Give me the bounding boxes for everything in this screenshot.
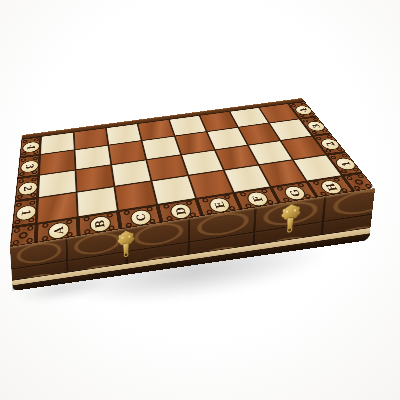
- rank-label-1-text: 1: [20, 209, 33, 217]
- rank-medallion-left-1: 1: [12, 198, 37, 226]
- file-label-c: C: [129, 208, 153, 226]
- rank-label-2-text: 2: [324, 141, 337, 147]
- file-label-h-text: H: [324, 183, 340, 192]
- rank-label-3: 3: [20, 160, 39, 174]
- brass-latch-left-icon: [116, 228, 136, 260]
- rank-label-2: 2: [18, 180, 39, 196]
- file-label-d-text: D: [174, 207, 188, 216]
- file-label-b-text: B: [94, 219, 107, 229]
- rank-label-3: 3: [305, 120, 328, 132]
- rank-label-4: 4: [293, 105, 315, 116]
- file-label-a-text: A: [52, 226, 65, 235]
- chess-box-photo: 43214321ABCDEFGH: [0, 0, 400, 400]
- file-label-h: H: [318, 179, 346, 195]
- file-label-c-text: C: [134, 213, 147, 222]
- file-label-f: F: [245, 190, 271, 207]
- rank-label-2: 2: [318, 138, 343, 151]
- rank-label-4: 4: [22, 141, 40, 154]
- rank-label-4-text: 4: [26, 144, 36, 150]
- file-label-b: B: [89, 215, 112, 234]
- file-label-f-text: F: [251, 195, 265, 203]
- file-label-e: E: [207, 196, 232, 214]
- rank-label-2-text: 2: [22, 185, 34, 192]
- file-label-a: A: [47, 221, 69, 240]
- rank-medallion-left-3: 3: [17, 155, 39, 177]
- rank-label-3-text: 3: [24, 163, 35, 169]
- rank-medallion-left-4: 4: [20, 137, 41, 157]
- brass-latch-right-icon: [278, 201, 302, 236]
- rank-label-1: 1: [15, 204, 37, 222]
- rank-medallion-left-2: 2: [15, 176, 38, 201]
- file-label-g: G: [282, 185, 309, 202]
- rank-label-3-text: 3: [310, 124, 322, 129]
- file-label-g-text: G: [288, 189, 303, 198]
- rank-label-1-text: 1: [339, 161, 353, 167]
- file-label-d: D: [169, 202, 194, 220]
- rank-label-4-text: 4: [298, 108, 309, 113]
- file-label-e-text: E: [213, 201, 227, 209]
